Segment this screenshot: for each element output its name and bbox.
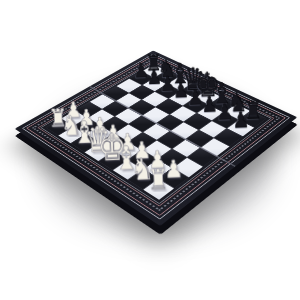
- square-h1: ♜: [144, 179, 174, 199]
- product-photo-stage: ♜♞♝♛♚♝♞♜♟♟♟♟♟♟♟♟♟♟♟♟♟♟♟♟♜♞♝♛♚♝♞♜: [0, 0, 300, 300]
- board-perspective-wrapper: ♜♞♝♛♚♝♞♜♟♟♟♟♟♟♟♟♟♟♟♟♟♟♟♟♜♞♝♛♚♝♞♜: [52, 19, 260, 227]
- piece-black-pawn-h7: ♟: [221, 108, 260, 132]
- piece-white-rook-h1: ♜: [136, 164, 180, 194]
- square-h7: ♟: [228, 120, 255, 136]
